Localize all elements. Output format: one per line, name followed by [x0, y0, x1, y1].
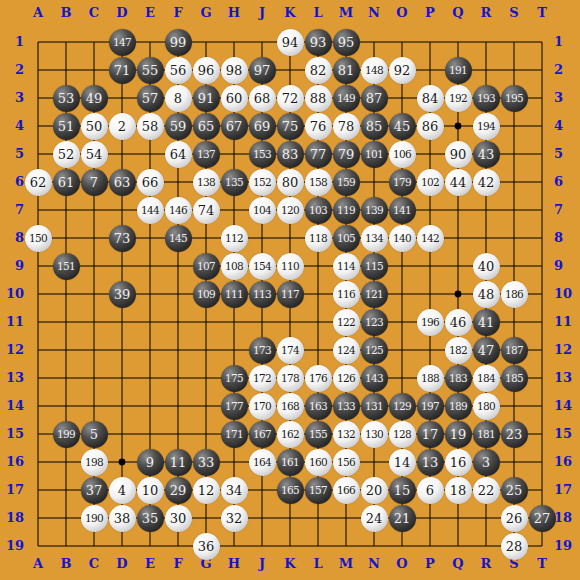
stone-E3[interactable]: 57 — [137, 85, 164, 112]
stone-L6[interactable]: 158 — [305, 169, 332, 196]
stone-N7[interactable]: 139 — [361, 197, 388, 224]
stone-R13[interactable]: 184 — [473, 365, 500, 392]
stone-H10[interactable]: 111 — [221, 281, 248, 308]
move-number: 159 — [337, 177, 355, 188]
stone-R3[interactable]: 193 — [473, 85, 500, 112]
stone-M15[interactable]: 132 — [333, 421, 360, 448]
move-number: 42 — [478, 176, 495, 189]
stone-S13[interactable]: 185 — [501, 365, 528, 392]
stone-M4[interactable]: 78 — [333, 113, 360, 140]
stone-M3[interactable]: 149 — [333, 85, 360, 112]
move-number: 62 — [30, 176, 47, 189]
move-number: 17 — [422, 428, 439, 441]
stone-O7[interactable]: 141 — [389, 197, 416, 224]
stone-P4[interactable]: 86 — [417, 113, 444, 140]
move-number: 165 — [281, 485, 299, 496]
stone-C18[interactable]: 190 — [81, 505, 108, 532]
stone-M7[interactable]: 119 — [333, 197, 360, 224]
stone-K10[interactable]: 117 — [277, 281, 304, 308]
move-number: 150 — [29, 233, 47, 244]
stone-N5[interactable]: 101 — [361, 141, 388, 168]
move-number: 130 — [365, 429, 383, 440]
stone-G6[interactable]: 138 — [193, 169, 220, 196]
move-number: 104 — [253, 205, 271, 216]
stone-L16[interactable]: 160 — [305, 449, 332, 476]
move-number: 133 — [337, 401, 355, 412]
stone-L13[interactable]: 176 — [305, 365, 332, 392]
move-number: 73 — [114, 232, 131, 245]
stone-D4[interactable]: 2 — [109, 113, 136, 140]
stone-S10[interactable]: 186 — [501, 281, 528, 308]
stone-K13[interactable]: 178 — [277, 365, 304, 392]
stone-L3[interactable]: 88 — [305, 85, 332, 112]
stone-E18[interactable]: 35 — [137, 505, 164, 532]
stone-G17[interactable]: 12 — [193, 477, 220, 504]
stone-H15[interactable]: 171 — [221, 421, 248, 448]
move-number: 66 — [142, 176, 159, 189]
move-number: 92 — [394, 64, 411, 77]
stone-O6[interactable]: 179 — [389, 169, 416, 196]
move-number: 43 — [478, 148, 495, 161]
move-number: 81 — [338, 64, 355, 77]
stone-E6[interactable]: 66 — [137, 169, 164, 196]
stone-M10[interactable]: 116 — [333, 281, 360, 308]
move-number: 79 — [338, 148, 355, 161]
stone-H17[interactable]: 34 — [221, 477, 248, 504]
row-labels-right: 12345678910111213141516171819 — [554, 28, 580, 560]
stone-M9[interactable]: 114 — [333, 253, 360, 280]
stone-R11[interactable]: 41 — [473, 309, 500, 336]
move-number: 129 — [393, 401, 411, 412]
stone-S3[interactable]: 195 — [501, 85, 528, 112]
move-number: 98 — [226, 64, 243, 77]
col-label: K — [276, 5, 304, 20]
stone-L15[interactable]: 155 — [305, 421, 332, 448]
stone-M8[interactable]: 105 — [333, 225, 360, 252]
stone-G9[interactable]: 107 — [193, 253, 220, 280]
stone-O4[interactable]: 45 — [389, 113, 416, 140]
col-label: D — [108, 5, 136, 20]
move-number: 161 — [281, 457, 299, 468]
move-number: 8 — [174, 92, 182, 105]
move-number: 163 — [309, 401, 327, 412]
move-number: 148 — [365, 65, 383, 76]
stone-K1[interactable]: 94 — [277, 29, 304, 56]
stone-K7[interactable]: 120 — [277, 197, 304, 224]
stone-D8[interactable]: 73 — [109, 225, 136, 252]
stone-F7[interactable]: 146 — [165, 197, 192, 224]
row-label: 13 — [554, 364, 580, 392]
row-label: 16 — [2, 448, 26, 476]
stone-M1[interactable]: 95 — [333, 29, 360, 56]
stone-O16[interactable]: 14 — [389, 449, 416, 476]
stone-H3[interactable]: 60 — [221, 85, 248, 112]
stone-J6[interactable]: 152 — [249, 169, 276, 196]
move-number: 142 — [421, 233, 439, 244]
stone-R12[interactable]: 47 — [473, 337, 500, 364]
stone-K6[interactable]: 80 — [277, 169, 304, 196]
stone-R17[interactable]: 22 — [473, 477, 500, 504]
move-number: 131 — [365, 401, 383, 412]
stone-R10[interactable]: 48 — [473, 281, 500, 308]
stone-J7[interactable]: 104 — [249, 197, 276, 224]
stone-C15[interactable]: 5 — [81, 421, 108, 448]
stone-O2[interactable]: 92 — [389, 57, 416, 84]
stone-S12[interactable]: 187 — [501, 337, 528, 364]
stone-N13[interactable]: 143 — [361, 365, 388, 392]
stone-J16[interactable]: 164 — [249, 449, 276, 476]
col-label: P — [416, 5, 444, 20]
stone-Q6[interactable]: 44 — [445, 169, 472, 196]
stone-N12[interactable]: 125 — [361, 337, 388, 364]
move-number: 9 — [146, 456, 154, 469]
stone-O14[interactable]: 129 — [389, 393, 416, 420]
row-label: 17 — [2, 476, 26, 504]
col-label: H — [220, 5, 248, 20]
stone-C16[interactable]: 198 — [81, 449, 108, 476]
move-number: 143 — [365, 373, 383, 384]
move-number: 102 — [421, 177, 439, 188]
stone-P14[interactable]: 197 — [417, 393, 444, 420]
row-label: 7 — [2, 196, 26, 224]
stone-O5[interactable]: 106 — [389, 141, 416, 168]
stone-F3[interactable]: 8 — [165, 85, 192, 112]
stone-J5[interactable]: 153 — [249, 141, 276, 168]
stone-N11[interactable]: 123 — [361, 309, 388, 336]
move-number: 65 — [198, 120, 215, 133]
move-number: 144 — [141, 205, 159, 216]
stone-L2[interactable]: 82 — [305, 57, 332, 84]
stone-L4[interactable]: 76 — [305, 113, 332, 140]
stone-T18[interactable]: 27 — [529, 505, 556, 532]
move-number: 116 — [337, 289, 355, 300]
stone-G3[interactable]: 91 — [193, 85, 220, 112]
stone-G2[interactable]: 96 — [193, 57, 220, 84]
move-number: 19 — [450, 428, 467, 441]
col-label: A — [24, 5, 52, 20]
move-number: 139 — [365, 205, 383, 216]
stone-L17[interactable]: 157 — [305, 477, 332, 504]
move-number: 93 — [310, 36, 327, 49]
stone-M14[interactable]: 133 — [333, 393, 360, 420]
move-number: 103 — [309, 205, 327, 216]
stone-G7[interactable]: 74 — [193, 197, 220, 224]
stone-F5[interactable]: 64 — [165, 141, 192, 168]
stone-B9[interactable]: 151 — [53, 253, 80, 280]
stone-N14[interactable]: 131 — [361, 393, 388, 420]
move-number: 187 — [505, 345, 523, 356]
stone-P13[interactable]: 188 — [417, 365, 444, 392]
move-number: 124 — [337, 345, 355, 356]
stone-M16[interactable]: 156 — [333, 449, 360, 476]
stone-Q12[interactable]: 182 — [445, 337, 472, 364]
row-label: 2 — [2, 56, 26, 84]
stone-G5[interactable]: 137 — [193, 141, 220, 168]
stone-K17[interactable]: 165 — [277, 477, 304, 504]
move-number: 179 — [393, 177, 411, 188]
stone-B6[interactable]: 61 — [53, 169, 80, 196]
stone-P11[interactable]: 196 — [417, 309, 444, 336]
stone-Q17[interactable]: 18 — [445, 477, 472, 504]
stone-J9[interactable]: 154 — [249, 253, 276, 280]
stone-Q2[interactable]: 191 — [445, 57, 472, 84]
stone-K16[interactable]: 161 — [277, 449, 304, 476]
stone-G4[interactable]: 65 — [193, 113, 220, 140]
stone-P6[interactable]: 102 — [417, 169, 444, 196]
move-number: 174 — [281, 345, 299, 356]
stone-M11[interactable]: 122 — [333, 309, 360, 336]
move-number: 20 — [366, 484, 383, 497]
move-number: 68 — [254, 92, 271, 105]
stone-E7[interactable]: 144 — [137, 197, 164, 224]
stone-S15[interactable]: 23 — [501, 421, 528, 448]
stone-F2[interactable]: 56 — [165, 57, 192, 84]
move-number: 44 — [450, 176, 467, 189]
stone-M5[interactable]: 79 — [333, 141, 360, 168]
move-number: 60 — [226, 92, 243, 105]
stone-P17[interactable]: 6 — [417, 477, 444, 504]
stone-D18[interactable]: 38 — [109, 505, 136, 532]
move-number: 67 — [226, 120, 243, 133]
row-label: 12 — [2, 336, 26, 364]
stone-S18[interactable]: 26 — [501, 505, 528, 532]
go-board[interactable]: ABCDEFGHJKLMNOPQRST ABCDEFGHJKLMNOPQRST … — [0, 0, 580, 580]
stone-D1[interactable]: 147 — [109, 29, 136, 56]
stone-R15[interactable]: 181 — [473, 421, 500, 448]
move-number: 109 — [197, 289, 215, 300]
move-number: 25 — [506, 484, 523, 497]
move-number: 105 — [337, 233, 355, 244]
stone-D6[interactable]: 63 — [109, 169, 136, 196]
stone-E2[interactable]: 55 — [137, 57, 164, 84]
stone-Q3[interactable]: 192 — [445, 85, 472, 112]
stone-H14[interactable]: 177 — [221, 393, 248, 420]
row-label: 5 — [554, 140, 580, 168]
col-label: L — [304, 5, 332, 20]
stone-R5[interactable]: 43 — [473, 141, 500, 168]
stone-K15[interactable]: 162 — [277, 421, 304, 448]
stone-L8[interactable]: 118 — [305, 225, 332, 252]
row-label: 18 — [554, 504, 580, 532]
move-number: 37 — [86, 484, 103, 497]
stone-K9[interactable]: 110 — [277, 253, 304, 280]
move-number: 119 — [337, 205, 355, 216]
move-number: 113 — [253, 289, 271, 300]
row-label: 19 — [2, 532, 26, 560]
stone-J3[interactable]: 68 — [249, 85, 276, 112]
stone-N2[interactable]: 148 — [361, 57, 388, 84]
stone-N15[interactable]: 130 — [361, 421, 388, 448]
move-number: 123 — [365, 317, 383, 328]
stone-H9[interactable]: 108 — [221, 253, 248, 280]
stone-F8[interactable]: 145 — [165, 225, 192, 252]
move-number: 82 — [310, 64, 327, 77]
stone-J4[interactable]: 69 — [249, 113, 276, 140]
stone-H13[interactable]: 175 — [221, 365, 248, 392]
move-number: 6 — [426, 484, 434, 497]
stone-C6[interactable]: 7 — [81, 169, 108, 196]
stone-N10[interactable]: 121 — [361, 281, 388, 308]
stone-K4[interactable]: 75 — [277, 113, 304, 140]
row-label: 10 — [554, 280, 580, 308]
move-number: 26 — [506, 512, 523, 525]
stone-O18[interactable]: 21 — [389, 505, 416, 532]
stone-L7[interactable]: 103 — [305, 197, 332, 224]
stone-A6[interactable]: 62 — [25, 169, 52, 196]
stone-B4[interactable]: 51 — [53, 113, 80, 140]
stone-J15[interactable]: 167 — [249, 421, 276, 448]
stone-P8[interactable]: 142 — [417, 225, 444, 252]
stone-Q16[interactable]: 16 — [445, 449, 472, 476]
stone-H4[interactable]: 67 — [221, 113, 248, 140]
stone-J12[interactable]: 173 — [249, 337, 276, 364]
stone-K12[interactable]: 174 — [277, 337, 304, 364]
stone-K5[interactable]: 83 — [277, 141, 304, 168]
stone-L5[interactable]: 77 — [305, 141, 332, 168]
stone-R6[interactable]: 42 — [473, 169, 500, 196]
stone-H2[interactable]: 98 — [221, 57, 248, 84]
stone-F1[interactable]: 99 — [165, 29, 192, 56]
stone-D10[interactable]: 39 — [109, 281, 136, 308]
move-number: 96 — [198, 64, 215, 77]
move-number: 112 — [225, 233, 243, 244]
stone-O8[interactable]: 140 — [389, 225, 416, 252]
col-label: Q — [444, 5, 472, 20]
stone-H18[interactable]: 32 — [221, 505, 248, 532]
stone-D2[interactable]: 71 — [109, 57, 136, 84]
stone-N17[interactable]: 20 — [361, 477, 388, 504]
row-label: 4 — [554, 112, 580, 140]
stone-F17[interactable]: 29 — [165, 477, 192, 504]
stone-K14[interactable]: 168 — [277, 393, 304, 420]
stone-O17[interactable]: 15 — [389, 477, 416, 504]
move-number: 51 — [58, 120, 75, 133]
stone-M2[interactable]: 81 — [333, 57, 360, 84]
stone-L1[interactable]: 93 — [305, 29, 332, 56]
stone-N8[interactable]: 134 — [361, 225, 388, 252]
stone-Q15[interactable]: 19 — [445, 421, 472, 448]
stone-N4[interactable]: 85 — [361, 113, 388, 140]
move-number: 10 — [142, 484, 159, 497]
stone-R9[interactable]: 40 — [473, 253, 500, 280]
stone-F16[interactable]: 11 — [165, 449, 192, 476]
stone-N3[interactable]: 87 — [361, 85, 388, 112]
stone-B5[interactable]: 52 — [53, 141, 80, 168]
stone-J10[interactable]: 113 — [249, 281, 276, 308]
stone-P15[interactable]: 17 — [417, 421, 444, 448]
stone-G10[interactable]: 109 — [193, 281, 220, 308]
stone-G19[interactable]: 36 — [193, 533, 220, 560]
stone-B3[interactable]: 53 — [53, 85, 80, 112]
move-number: 32 — [226, 512, 243, 525]
stone-J13[interactable]: 172 — [249, 365, 276, 392]
move-number: 95 — [338, 36, 355, 49]
row-label: 14 — [2, 392, 26, 420]
stone-G16[interactable]: 33 — [193, 449, 220, 476]
stone-A8[interactable]: 150 — [25, 225, 52, 252]
stone-L14[interactable]: 163 — [305, 393, 332, 420]
stone-N9[interactable]: 115 — [361, 253, 388, 280]
stone-Q5[interactable]: 90 — [445, 141, 472, 168]
stone-K3[interactable]: 72 — [277, 85, 304, 112]
stone-S19[interactable]: 28 — [501, 533, 528, 560]
move-number: 194 — [477, 121, 495, 132]
stone-F18[interactable]: 30 — [165, 505, 192, 532]
stone-O15[interactable]: 128 — [389, 421, 416, 448]
stone-C17[interactable]: 37 — [81, 477, 108, 504]
stone-M17[interactable]: 166 — [333, 477, 360, 504]
move-number: 185 — [505, 373, 523, 384]
row-label: 6 — [2, 168, 26, 196]
col-label: S — [500, 5, 528, 20]
stone-M6[interactable]: 159 — [333, 169, 360, 196]
stone-Q14[interactable]: 189 — [445, 393, 472, 420]
stone-C3[interactable]: 49 — [81, 85, 108, 112]
stone-Q13[interactable]: 183 — [445, 365, 472, 392]
move-number: 172 — [253, 373, 271, 384]
move-number: 117 — [281, 289, 299, 300]
move-number: 157 — [309, 485, 327, 496]
stone-E4[interactable]: 58 — [137, 113, 164, 140]
move-number: 188 — [421, 373, 439, 384]
stone-N18[interactable]: 24 — [361, 505, 388, 532]
stone-M13[interactable]: 126 — [333, 365, 360, 392]
stone-R16[interactable]: 3 — [473, 449, 500, 476]
stone-M12[interactable]: 124 — [333, 337, 360, 364]
stone-H6[interactable]: 135 — [221, 169, 248, 196]
col-label: F — [164, 5, 192, 20]
row-label: 3 — [2, 84, 26, 112]
move-number: 85 — [366, 120, 383, 133]
row-label: 9 — [554, 252, 580, 280]
stone-J14[interactable]: 170 — [249, 393, 276, 420]
move-number: 156 — [337, 457, 355, 468]
move-number: 160 — [309, 457, 327, 468]
move-number: 7 — [90, 176, 98, 189]
stone-F4[interactable]: 59 — [165, 113, 192, 140]
move-number: 39 — [114, 288, 131, 301]
stone-E17[interactable]: 10 — [137, 477, 164, 504]
move-number: 4 — [118, 484, 126, 497]
col-label: O — [388, 5, 416, 20]
move-number: 86 — [422, 120, 439, 133]
move-number: 101 — [365, 149, 383, 160]
row-label: 11 — [554, 308, 580, 336]
stone-H8[interactable]: 112 — [221, 225, 248, 252]
stone-C5[interactable]: 54 — [81, 141, 108, 168]
col-label: R — [472, 5, 500, 20]
stone-R4[interactable]: 194 — [473, 113, 500, 140]
move-number: 90 — [450, 148, 467, 161]
move-number: 184 — [477, 373, 495, 384]
move-number: 186 — [505, 289, 523, 300]
stone-D17[interactable]: 4 — [109, 477, 136, 504]
stone-P16[interactable]: 13 — [417, 449, 444, 476]
stone-E16[interactable]: 9 — [137, 449, 164, 476]
move-number: 87 — [366, 92, 383, 105]
move-number: 27 — [534, 512, 551, 525]
move-number: 145 — [169, 233, 187, 244]
stone-S17[interactable]: 25 — [501, 477, 528, 504]
move-number: 197 — [421, 401, 439, 412]
stone-P3[interactable]: 84 — [417, 85, 444, 112]
stone-R14[interactable]: 180 — [473, 393, 500, 420]
move-number: 132 — [337, 429, 355, 440]
stone-B15[interactable]: 199 — [53, 421, 80, 448]
stone-Q11[interactable]: 46 — [445, 309, 472, 336]
stone-J2[interactable]: 97 — [249, 57, 276, 84]
stone-C4[interactable]: 50 — [81, 113, 108, 140]
